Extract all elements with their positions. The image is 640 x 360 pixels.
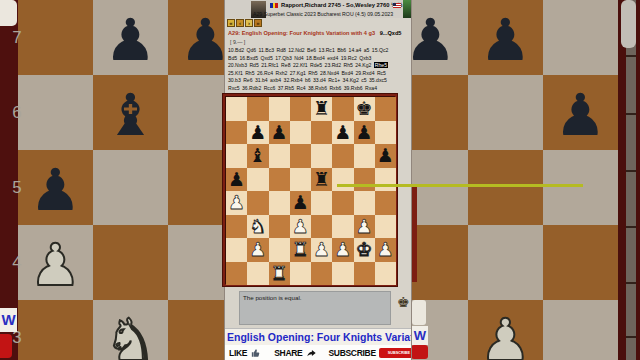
square xyxy=(290,121,311,145)
notation-line[interactable]: 10.Bd2 Qd6 11.Bc3 Rd8 12.Nd2 Be6 13.Rc1 … xyxy=(228,47,410,55)
current-move[interactable]: 9...Qxd5 xyxy=(380,30,402,36)
square: ♟ xyxy=(290,191,311,215)
opening-line: A29: English Opening: Four Knights Varia… xyxy=(228,30,410,36)
square xyxy=(226,215,247,239)
square: ♟ xyxy=(290,215,311,239)
square xyxy=(247,97,268,121)
square xyxy=(543,300,618,360)
square: ♜ xyxy=(311,168,332,192)
white-king: ♚ xyxy=(354,238,375,261)
square xyxy=(375,168,396,192)
black-rook: ♜ xyxy=(311,168,332,191)
background-ui-fragment xyxy=(0,0,17,26)
square xyxy=(375,215,396,239)
square xyxy=(269,215,290,239)
square xyxy=(375,97,396,121)
square: ♜ xyxy=(290,238,311,262)
game-header: Rapport,Richard 2745 - So,Wesley 2760 ½-… xyxy=(225,0,411,18)
chess-video-frame: ♜♚♟♟♟♟♝♟♟♜♟♟♞♟♟♟♜♟♟♚♟♜ 76543 W W Rapport… xyxy=(0,0,640,360)
black-pawn: ♟ xyxy=(93,0,168,80)
square: ♞ xyxy=(93,300,168,360)
title-marquee: English Opening: Four Knights Variation … xyxy=(225,328,411,345)
square xyxy=(269,168,290,192)
square: ♟ xyxy=(332,121,353,145)
square xyxy=(311,215,332,239)
square: ♟ xyxy=(269,121,290,145)
rank-label: 6 xyxy=(4,75,30,150)
subscribe-button[interactable]: SUBSCRIBE xyxy=(379,348,411,358)
square xyxy=(375,121,396,145)
square xyxy=(354,168,375,192)
background-subscribe-fragment xyxy=(411,345,428,359)
square xyxy=(311,262,332,286)
scrollbar-thumb[interactable] xyxy=(621,0,636,48)
board-diagram-frame: ♜♚♟♟♟♟♝♟♟♜♟♟♞♟♟♟♜♟♟♚♟♜ xyxy=(222,93,398,287)
share-button[interactable]: SHARE xyxy=(274,348,302,358)
black-pawn: ♟ xyxy=(269,121,290,144)
background-subscribe-fragment xyxy=(0,334,12,358)
highlighted-move[interactable]: Rhe5 xyxy=(374,62,388,68)
players-line: Rapport,Richard 2745 - So,Wesley 2760 ½-… xyxy=(281,2,403,8)
white-rook: ♜ xyxy=(290,238,311,261)
square xyxy=(543,0,618,75)
square: ♟ xyxy=(543,75,618,150)
analysis-panel: Rapport,Richard 2745 - So,Wesley 2760 ½-… xyxy=(224,0,412,360)
square xyxy=(226,144,247,168)
square: ♟ xyxy=(247,121,268,145)
like-button[interactable]: LIKE xyxy=(229,348,247,358)
square xyxy=(269,144,290,168)
square xyxy=(468,75,543,150)
white-pawn: ♟ xyxy=(311,238,332,261)
square: ♝ xyxy=(247,144,268,168)
square xyxy=(332,191,353,215)
square xyxy=(332,144,353,168)
square: ♚ xyxy=(354,97,375,121)
square xyxy=(247,168,268,192)
step-back-icon[interactable]: ‹ xyxy=(236,19,244,27)
white-pawn: ♟ xyxy=(332,238,353,261)
square: ♟ xyxy=(375,144,396,168)
square xyxy=(269,238,290,262)
square: ♟ xyxy=(226,168,247,192)
background-frame-fragment xyxy=(412,186,417,282)
jump-start-icon[interactable]: « xyxy=(227,19,235,27)
white-pawn: ♟ xyxy=(468,300,543,360)
channel-logo-icon: ♚ xyxy=(397,293,410,311)
rank-label: 5 xyxy=(4,150,30,225)
evaluation-box: The position is equal. xyxy=(239,291,391,325)
background-right-frame xyxy=(618,0,640,360)
square: ♟ xyxy=(247,238,268,262)
black-king: ♚ xyxy=(354,97,375,120)
black-rook: ♜ xyxy=(311,97,332,120)
square: ♟ xyxy=(354,121,375,145)
black-pawn: ♟ xyxy=(247,121,268,144)
square: ♟ xyxy=(332,238,353,262)
background-text-fragment: W xyxy=(412,326,428,345)
square xyxy=(226,262,247,286)
notation-line[interactable]: 30.b3 Re6 31.b4 axb4 32.Rxb4 b6 33.d4 Rc… xyxy=(228,77,410,85)
subscribe-label[interactable]: SUBSCRIBE xyxy=(328,348,375,358)
square xyxy=(332,215,353,239)
move-list[interactable]: 10.Bd2 Qd6 11.Bc3 Rd8 12.Nd2 Be6 13.Rc1 … xyxy=(228,47,410,93)
square xyxy=(468,225,543,300)
background-ui-fragment xyxy=(412,300,426,325)
square xyxy=(375,191,396,215)
square xyxy=(269,191,290,215)
thumbs-up-icon[interactable] xyxy=(251,348,261,358)
black-bishop: ♝ xyxy=(93,75,168,155)
white-rook: ♜ xyxy=(269,262,290,285)
rank-label: 4 xyxy=(4,225,30,300)
square: ♟ xyxy=(375,238,396,262)
square xyxy=(332,262,353,286)
square: ♟ xyxy=(226,191,247,215)
background-text-fragment: W xyxy=(0,308,17,332)
square xyxy=(247,262,268,286)
square: ♝ xyxy=(93,75,168,150)
opening-name: A29: English Opening: Four Knights Varia… xyxy=(228,30,375,36)
event-line: A29 Superbet Classic 2023 Bucharest ROU … xyxy=(253,11,393,17)
square xyxy=(269,97,290,121)
notation-line[interactable]: 25.Kf1 Rh5 26.Rc4 Rxh2 27.Kg1 Rh5 28.Nxd… xyxy=(228,70,410,78)
square xyxy=(332,168,353,192)
board-diagram[interactable]: ♜♚♟♟♟♟♝♟♟♜♟♟♞♟♟♟♜♟♟♚♟♜ xyxy=(225,96,395,284)
notation-line[interactable]: 20.Nxb3 Rd5 21.Rfc1 Re8 22.Kf1 Rde5 23.R… xyxy=(228,62,410,70)
black-pawn: ♟ xyxy=(290,191,311,214)
square xyxy=(354,262,375,286)
square xyxy=(93,225,168,300)
notation-line[interactable]: Bd5 16.Bxd5 Qxd5 17.Qb3 Nd4 18.Bxd4 exd4… xyxy=(228,55,410,63)
black-pawn: ♟ xyxy=(354,121,375,144)
variation-context: [ 9.— ] xyxy=(230,39,245,45)
white-knight: ♞ xyxy=(93,300,168,360)
square xyxy=(290,168,311,192)
square xyxy=(290,144,311,168)
black-pawn: ♟ xyxy=(468,0,543,80)
square xyxy=(375,262,396,286)
square: ♟ xyxy=(93,0,168,75)
square: ♜ xyxy=(269,262,290,286)
square xyxy=(226,121,247,145)
square xyxy=(354,144,375,168)
move-arrow xyxy=(337,184,583,187)
white-pawn: ♟ xyxy=(226,191,247,214)
square xyxy=(354,191,375,215)
evaluation-text: The position is equal. xyxy=(240,292,390,303)
square xyxy=(332,97,353,121)
square: ♟ xyxy=(311,238,332,262)
white-knight: ♞ xyxy=(247,215,268,238)
square: ♜ xyxy=(311,97,332,121)
square xyxy=(543,150,618,225)
square: ♟ xyxy=(354,215,375,239)
share-arrow-icon[interactable] xyxy=(306,348,317,358)
square: ♚ xyxy=(354,238,375,262)
square: ♟ xyxy=(468,300,543,360)
action-bar: LIKE SHARE SUBSCRIBE SUBSCRIBE xyxy=(225,345,411,360)
notation-line[interactable]: Rxc5 36.Rdb2 Rcc6 37.Rb5 Rc4 38.Rxb6 Rxb… xyxy=(228,85,410,93)
square xyxy=(93,150,168,225)
scrollbar-track[interactable] xyxy=(626,0,636,360)
romania-flag-icon xyxy=(270,3,278,8)
white-pawn: ♟ xyxy=(354,215,375,238)
black-player-photo xyxy=(403,0,411,18)
white-pawn: ♟ xyxy=(290,215,311,238)
square: ♟ xyxy=(468,0,543,75)
square xyxy=(311,121,332,145)
square xyxy=(468,150,543,225)
square xyxy=(226,238,247,262)
usa-flag-icon xyxy=(393,3,401,8)
square xyxy=(543,225,618,300)
playback-toolbar: «‹›» xyxy=(227,19,262,28)
square xyxy=(290,97,311,121)
square xyxy=(290,262,311,286)
square xyxy=(226,97,247,121)
square xyxy=(311,191,332,215)
white-pawn: ♟ xyxy=(247,238,268,261)
black-pawn: ♟ xyxy=(543,75,618,155)
square xyxy=(311,144,332,168)
step-forward-icon[interactable]: › xyxy=(245,19,253,27)
square: ♞ xyxy=(247,215,268,239)
black-bishop: ♝ xyxy=(247,144,268,167)
white-pawn: ♟ xyxy=(375,238,396,261)
black-pawn: ♟ xyxy=(375,144,396,167)
title-marquee-text: English Opening: Four Knights Variation … xyxy=(225,329,411,343)
jump-end-icon[interactable]: » xyxy=(254,19,262,27)
black-pawn: ♟ xyxy=(332,121,353,144)
black-pawn: ♟ xyxy=(226,168,247,191)
square xyxy=(247,191,268,215)
